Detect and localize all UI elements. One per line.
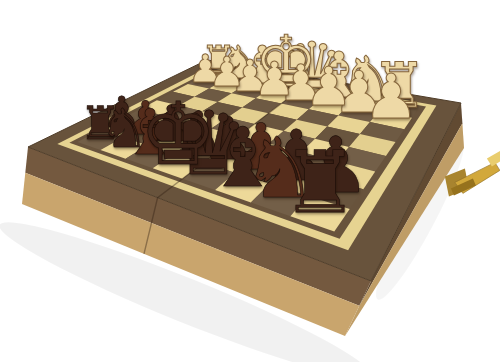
chess-set-photo: ♜♞♝♚♛♝♞♜♟♟♟♟♟♟♟♟♟♟♟♟♟♟♟♟♜♞♝♚♛♝♞♜ <box>0 0 500 362</box>
clasp-hook <box>487 150 500 166</box>
folding-chess-board <box>0 0 500 362</box>
